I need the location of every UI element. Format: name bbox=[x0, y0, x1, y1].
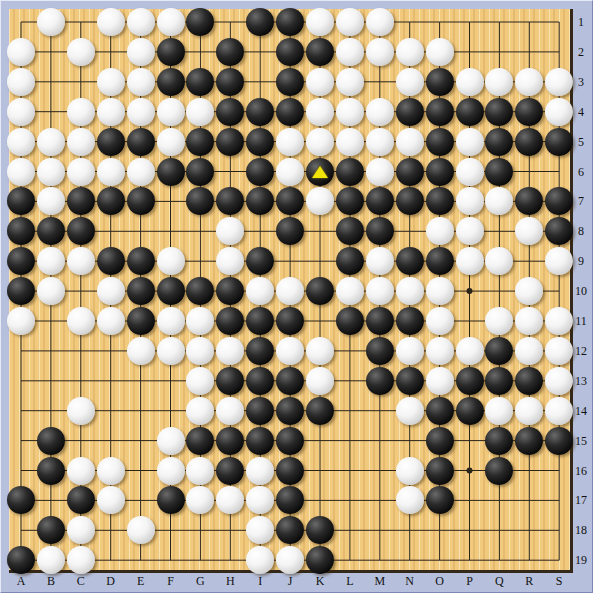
black-stone-J16[interactable] bbox=[276, 457, 304, 485]
black-stone-N6[interactable] bbox=[396, 158, 424, 186]
black-stone-D5[interactable] bbox=[97, 128, 125, 156]
column-label-C: C bbox=[77, 575, 85, 587]
black-stone-M7[interactable] bbox=[366, 187, 394, 215]
white-stone-L4[interactable] bbox=[336, 98, 364, 126]
black-stone-E10[interactable] bbox=[127, 277, 155, 305]
black-stone-B16[interactable] bbox=[37, 457, 65, 485]
white-stone-M10[interactable] bbox=[366, 277, 394, 305]
black-stone-P4[interactable] bbox=[456, 98, 484, 126]
black-stone-Q5[interactable] bbox=[485, 128, 513, 156]
white-stone-M2[interactable] bbox=[366, 38, 394, 66]
column-label-R: R bbox=[525, 575, 533, 587]
black-stone-M12[interactable] bbox=[366, 337, 394, 365]
black-stone-K2[interactable] bbox=[306, 38, 334, 66]
row-label-16: 16 bbox=[575, 465, 587, 477]
black-stone-L11[interactable] bbox=[336, 307, 364, 335]
white-stone-L1[interactable] bbox=[336, 8, 364, 36]
column-label-P: P bbox=[466, 575, 473, 587]
white-stone-C16[interactable] bbox=[67, 457, 95, 485]
white-stone-M6[interactable] bbox=[366, 158, 394, 186]
black-stone-Q6[interactable] bbox=[485, 158, 513, 186]
black-stone-F3[interactable] bbox=[157, 68, 185, 96]
white-stone-D16[interactable] bbox=[97, 457, 125, 485]
white-stone-E2[interactable] bbox=[127, 38, 155, 66]
white-stone-B10[interactable] bbox=[37, 277, 65, 305]
white-stone-O13[interactable] bbox=[426, 367, 454, 395]
black-stone-A9[interactable] bbox=[7, 247, 35, 275]
row-label-19: 19 bbox=[575, 554, 587, 566]
row-label-7: 7 bbox=[578, 195, 584, 207]
column-label-H: H bbox=[226, 575, 235, 587]
white-stone-R12[interactable] bbox=[515, 337, 543, 365]
last-move-triangle-marker bbox=[312, 166, 328, 178]
black-stone-I11[interactable] bbox=[246, 307, 274, 335]
black-stone-O5[interactable] bbox=[426, 128, 454, 156]
black-stone-O14[interactable] bbox=[426, 397, 454, 425]
column-label-Q: Q bbox=[495, 575, 504, 587]
row-label-11: 11 bbox=[575, 315, 587, 327]
white-stone-R3[interactable] bbox=[515, 68, 543, 96]
black-stone-O7[interactable] bbox=[426, 187, 454, 215]
black-stone-J11[interactable] bbox=[276, 307, 304, 335]
column-label-I: I bbox=[258, 575, 262, 587]
white-stone-E3[interactable] bbox=[127, 68, 155, 96]
black-stone-O17[interactable] bbox=[426, 486, 454, 514]
black-stone-J3[interactable] bbox=[276, 68, 304, 96]
white-stone-D4[interactable] bbox=[97, 98, 125, 126]
white-stone-P12[interactable] bbox=[456, 337, 484, 365]
row-label-1: 1 bbox=[578, 16, 584, 28]
white-stone-B19[interactable] bbox=[37, 546, 65, 574]
white-stone-F11[interactable] bbox=[157, 307, 185, 335]
black-stone-G15[interactable] bbox=[186, 427, 214, 455]
black-stone-C7[interactable] bbox=[67, 187, 95, 215]
white-stone-Q3[interactable] bbox=[485, 68, 513, 96]
white-stone-F15[interactable] bbox=[157, 427, 185, 455]
black-stone-O9[interactable] bbox=[426, 247, 454, 275]
white-stone-P3[interactable] bbox=[456, 68, 484, 96]
white-stone-M1[interactable] bbox=[366, 8, 394, 36]
white-stone-L10[interactable] bbox=[336, 277, 364, 305]
black-stone-Q13[interactable] bbox=[485, 367, 513, 395]
white-stone-D1[interactable] bbox=[97, 8, 125, 36]
white-stone-E18[interactable] bbox=[127, 516, 155, 544]
white-stone-C11[interactable] bbox=[67, 307, 95, 335]
black-stone-O6[interactable] bbox=[426, 158, 454, 186]
black-stone-R13[interactable] bbox=[515, 367, 543, 395]
white-stone-O8[interactable] bbox=[426, 217, 454, 245]
white-stone-M4[interactable] bbox=[366, 98, 394, 126]
column-label-L: L bbox=[346, 575, 353, 587]
black-stone-J2[interactable] bbox=[276, 38, 304, 66]
black-stone-N4[interactable] bbox=[396, 98, 424, 126]
white-stone-J10[interactable] bbox=[276, 277, 304, 305]
white-stone-A3[interactable] bbox=[7, 68, 35, 96]
white-stone-O10[interactable] bbox=[426, 277, 454, 305]
row-label-18: 18 bbox=[575, 524, 587, 536]
white-stone-A2[interactable] bbox=[7, 38, 35, 66]
black-stone-E9[interactable] bbox=[127, 247, 155, 275]
white-stone-G16[interactable] bbox=[186, 457, 214, 485]
white-stone-P8[interactable] bbox=[456, 217, 484, 245]
black-stone-N9[interactable] bbox=[396, 247, 424, 275]
black-stone-J1[interactable] bbox=[276, 8, 304, 36]
white-stone-A6[interactable] bbox=[7, 158, 35, 186]
black-stone-B15[interactable] bbox=[37, 427, 65, 455]
white-stone-L5[interactable] bbox=[336, 128, 364, 156]
white-stone-B1[interactable] bbox=[37, 8, 65, 36]
white-stone-K13[interactable] bbox=[306, 367, 334, 395]
black-stone-S15[interactable] bbox=[545, 427, 573, 455]
row-label-8: 8 bbox=[578, 225, 584, 237]
row-label-9: 9 bbox=[578, 255, 584, 267]
white-stone-I16[interactable] bbox=[246, 457, 274, 485]
go-client-window: ABCDEFGHIJKLMNOPQRS123456789101112131415… bbox=[0, 0, 593, 593]
black-stone-E7[interactable] bbox=[127, 187, 155, 215]
white-stone-O2[interactable] bbox=[426, 38, 454, 66]
white-stone-M9[interactable] bbox=[366, 247, 394, 275]
black-stone-A19[interactable] bbox=[7, 546, 35, 574]
white-stone-J5[interactable] bbox=[276, 128, 304, 156]
black-stone-K14[interactable] bbox=[306, 397, 334, 425]
black-stone-N11[interactable] bbox=[396, 307, 424, 335]
column-label-K: K bbox=[316, 575, 325, 587]
black-stone-N13[interactable] bbox=[396, 367, 424, 395]
black-stone-H5[interactable] bbox=[216, 128, 244, 156]
white-stone-K3[interactable] bbox=[306, 68, 334, 96]
white-stone-N12[interactable] bbox=[396, 337, 424, 365]
white-stone-O11[interactable] bbox=[426, 307, 454, 335]
white-stone-S14[interactable] bbox=[545, 397, 573, 425]
black-stone-O16[interactable] bbox=[426, 457, 454, 485]
black-stone-I13[interactable] bbox=[246, 367, 274, 395]
white-stone-F16[interactable] bbox=[157, 457, 185, 485]
white-stone-S13[interactable] bbox=[545, 367, 573, 395]
row-label-3: 3 bbox=[578, 76, 584, 88]
column-label-A: A bbox=[17, 575, 26, 587]
row-label-13: 13 bbox=[575, 375, 587, 387]
white-stone-F4[interactable] bbox=[157, 98, 185, 126]
row-label-4: 4 bbox=[578, 106, 584, 118]
white-stone-H12[interactable] bbox=[216, 337, 244, 365]
white-stone-C18[interactable] bbox=[67, 516, 95, 544]
row-label-6: 6 bbox=[578, 166, 584, 178]
white-stone-F12[interactable] bbox=[157, 337, 185, 365]
black-stone-R15[interactable] bbox=[515, 427, 543, 455]
white-stone-O12[interactable] bbox=[426, 337, 454, 365]
black-stone-G6[interactable] bbox=[186, 158, 214, 186]
column-label-N: N bbox=[405, 575, 414, 587]
white-stone-K5[interactable] bbox=[306, 128, 334, 156]
white-stone-S3[interactable] bbox=[545, 68, 573, 96]
white-stone-N2[interactable] bbox=[396, 38, 424, 66]
black-stone-I14[interactable] bbox=[246, 397, 274, 425]
white-stone-A11[interactable] bbox=[7, 307, 35, 335]
white-stone-M5[interactable] bbox=[366, 128, 394, 156]
column-label-F: F bbox=[167, 575, 174, 587]
white-stone-Q14[interactable] bbox=[485, 397, 513, 425]
white-stone-S4[interactable] bbox=[545, 98, 573, 126]
white-stone-E6[interactable] bbox=[127, 158, 155, 186]
white-stone-G13[interactable] bbox=[186, 367, 214, 395]
black-stone-L9[interactable] bbox=[336, 247, 364, 275]
white-stone-F9[interactable] bbox=[157, 247, 185, 275]
black-stone-Q15[interactable] bbox=[485, 427, 513, 455]
white-stone-C9[interactable] bbox=[67, 247, 95, 275]
black-stone-D9[interactable] bbox=[97, 247, 125, 275]
white-stone-S12[interactable] bbox=[545, 337, 573, 365]
column-label-D: D bbox=[106, 575, 115, 587]
black-stone-H3[interactable] bbox=[216, 68, 244, 96]
black-stone-D7[interactable] bbox=[97, 187, 125, 215]
white-stone-S11[interactable] bbox=[545, 307, 573, 335]
black-stone-N7[interactable] bbox=[396, 187, 424, 215]
white-stone-H14[interactable] bbox=[216, 397, 244, 425]
white-stone-N5[interactable] bbox=[396, 128, 424, 156]
white-stone-C6[interactable] bbox=[67, 158, 95, 186]
black-stone-H15[interactable] bbox=[216, 427, 244, 455]
white-stone-G14[interactable] bbox=[186, 397, 214, 425]
white-stone-N10[interactable] bbox=[396, 277, 424, 305]
white-stone-P5[interactable] bbox=[456, 128, 484, 156]
black-stone-S5[interactable] bbox=[545, 128, 573, 156]
white-stone-R14[interactable] bbox=[515, 397, 543, 425]
white-stone-F5[interactable] bbox=[157, 128, 185, 156]
black-stone-A10[interactable] bbox=[7, 277, 35, 305]
black-stone-M8[interactable] bbox=[366, 217, 394, 245]
black-stone-J14[interactable] bbox=[276, 397, 304, 425]
black-stone-I12[interactable] bbox=[246, 337, 274, 365]
white-stone-P7[interactable] bbox=[456, 187, 484, 215]
black-stone-I6[interactable] bbox=[246, 158, 274, 186]
black-stone-Q4[interactable] bbox=[485, 98, 513, 126]
white-stone-F1[interactable] bbox=[157, 8, 185, 36]
black-stone-H13[interactable] bbox=[216, 367, 244, 395]
black-stone-H16[interactable] bbox=[216, 457, 244, 485]
row-label-12: 12 bbox=[575, 345, 587, 357]
column-label-G: G bbox=[196, 575, 205, 587]
black-stone-F2[interactable] bbox=[157, 38, 185, 66]
black-stone-K10[interactable] bbox=[306, 277, 334, 305]
black-stone-G5[interactable] bbox=[186, 128, 214, 156]
black-stone-O15[interactable] bbox=[426, 427, 454, 455]
white-stone-P9[interactable] bbox=[456, 247, 484, 275]
black-stone-O3[interactable] bbox=[426, 68, 454, 96]
black-stone-M11[interactable] bbox=[366, 307, 394, 335]
row-label-17: 17 bbox=[575, 494, 587, 506]
black-stone-K19[interactable] bbox=[306, 546, 334, 574]
column-label-J: J bbox=[288, 575, 293, 587]
black-stone-J13[interactable] bbox=[276, 367, 304, 395]
black-stone-R4[interactable] bbox=[515, 98, 543, 126]
white-stone-K1[interactable] bbox=[306, 8, 334, 36]
black-stone-L8[interactable] bbox=[336, 217, 364, 245]
row-label-5: 5 bbox=[578, 136, 584, 148]
black-stone-F10[interactable] bbox=[157, 277, 185, 305]
white-stone-E4[interactable] bbox=[127, 98, 155, 126]
white-stone-N3[interactable] bbox=[396, 68, 424, 96]
black-stone-M13[interactable] bbox=[366, 367, 394, 395]
white-stone-N17[interactable] bbox=[396, 486, 424, 514]
column-label-M: M bbox=[374, 575, 385, 587]
black-stone-B18[interactable] bbox=[37, 516, 65, 544]
white-stone-P6[interactable] bbox=[456, 158, 484, 186]
black-stone-J4[interactable] bbox=[276, 98, 304, 126]
white-stone-D10[interactable] bbox=[97, 277, 125, 305]
black-stone-J15[interactable] bbox=[276, 427, 304, 455]
black-stone-O4[interactable] bbox=[426, 98, 454, 126]
white-stone-A4[interactable] bbox=[7, 98, 35, 126]
white-stone-E1[interactable] bbox=[127, 8, 155, 36]
black-stone-C17[interactable] bbox=[67, 486, 95, 514]
row-label-14: 14 bbox=[575, 405, 587, 417]
white-stone-K4[interactable] bbox=[306, 98, 334, 126]
white-stone-J12[interactable] bbox=[276, 337, 304, 365]
row-label-10: 10 bbox=[575, 285, 587, 297]
white-stone-K12[interactable] bbox=[306, 337, 334, 365]
white-stone-G4[interactable] bbox=[186, 98, 214, 126]
black-stone-C8[interactable] bbox=[67, 217, 95, 245]
black-stone-I5[interactable] bbox=[246, 128, 274, 156]
white-stone-B6[interactable] bbox=[37, 158, 65, 186]
black-stone-I15[interactable] bbox=[246, 427, 274, 455]
column-label-S: S bbox=[556, 575, 563, 587]
black-stone-H2[interactable] bbox=[216, 38, 244, 66]
column-label-E: E bbox=[137, 575, 144, 587]
white-stone-D3[interactable] bbox=[97, 68, 125, 96]
white-stone-C14[interactable] bbox=[67, 397, 95, 425]
white-stone-J6[interactable] bbox=[276, 158, 304, 186]
black-stone-P14[interactable] bbox=[456, 397, 484, 425]
black-stone-E5[interactable] bbox=[127, 128, 155, 156]
white-stone-B5[interactable] bbox=[37, 128, 65, 156]
black-stone-F17[interactable] bbox=[157, 486, 185, 514]
white-stone-E12[interactable] bbox=[127, 337, 155, 365]
white-stone-C19[interactable] bbox=[67, 546, 95, 574]
black-stone-R5[interactable] bbox=[515, 128, 543, 156]
row-label-2: 2 bbox=[578, 46, 584, 58]
black-stone-H4[interactable] bbox=[216, 98, 244, 126]
white-stone-C5[interactable] bbox=[67, 128, 95, 156]
black-stone-I1[interactable] bbox=[246, 8, 274, 36]
black-stone-F6[interactable] bbox=[157, 158, 185, 186]
white-stone-N14[interactable] bbox=[396, 397, 424, 425]
white-stone-L3[interactable] bbox=[336, 68, 364, 96]
black-stone-B8[interactable] bbox=[37, 217, 65, 245]
white-stone-D6[interactable] bbox=[97, 158, 125, 186]
white-stone-L2[interactable] bbox=[336, 38, 364, 66]
black-stone-L6[interactable] bbox=[336, 158, 364, 186]
black-stone-P13[interactable] bbox=[456, 367, 484, 395]
column-label-B: B bbox=[47, 575, 55, 587]
column-label-O: O bbox=[435, 575, 444, 587]
black-stone-I4[interactable] bbox=[246, 98, 274, 126]
white-stone-C4[interactable] bbox=[67, 98, 95, 126]
white-stone-D11[interactable] bbox=[97, 307, 125, 335]
white-stone-N16[interactable] bbox=[396, 457, 424, 485]
row-label-15: 15 bbox=[575, 435, 587, 447]
black-stone-G3[interactable] bbox=[186, 68, 214, 96]
white-stone-D17[interactable] bbox=[97, 486, 125, 514]
white-stone-B9[interactable] bbox=[37, 247, 65, 275]
white-stone-A5[interactable] bbox=[7, 128, 35, 156]
white-stone-C2[interactable] bbox=[67, 38, 95, 66]
black-stone-E11[interactable] bbox=[127, 307, 155, 335]
black-stone-Q16[interactable] bbox=[485, 457, 513, 485]
